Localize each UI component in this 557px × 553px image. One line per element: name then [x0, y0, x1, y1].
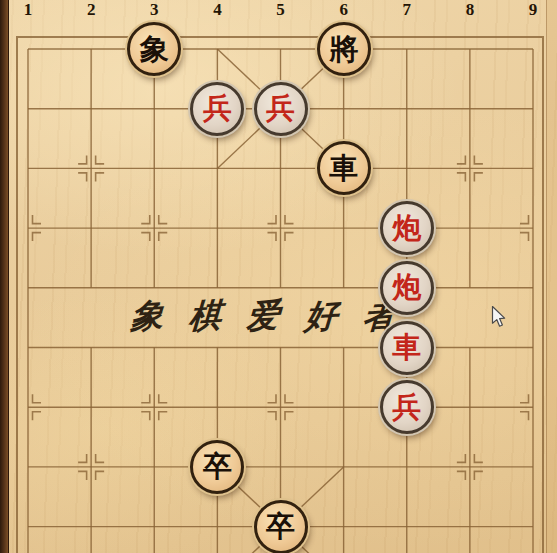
river-text-char: 好: [298, 293, 344, 338]
piece-glyph: 車: [329, 154, 358, 183]
file-label-7: 7: [399, 0, 415, 20]
piece-black-general[interactable]: 將: [317, 22, 371, 76]
piece-glyph: 將: [329, 35, 358, 64]
piece-red-chariot[interactable]: 車: [380, 321, 434, 375]
piece-black-elephant[interactable]: 象: [127, 22, 181, 76]
piece-red-soldier[interactable]: 兵: [190, 82, 244, 136]
file-label-2: 2: [83, 0, 99, 20]
file-label-6: 6: [336, 0, 352, 20]
piece-red-cannon[interactable]: 炮: [380, 201, 434, 255]
piece-glyph: 卒: [203, 452, 232, 481]
file-label-4: 4: [209, 0, 225, 20]
board-left-edge-trim: [0, 0, 9, 553]
board-right-edge-trim: [546, 0, 557, 553]
file-label-3: 3: [146, 0, 162, 20]
piece-glyph: 兵: [266, 94, 295, 123]
file-label-1: 1: [20, 0, 36, 20]
piece-glyph: 兵: [392, 393, 421, 422]
river-text-char: 爱: [240, 293, 286, 338]
xiangqi-board[interactable]: 123456789 象棋爱好者 象將兵兵車炮炮車兵卒卒: [0, 0, 557, 553]
piece-black-soldier[interactable]: 卒: [254, 500, 308, 553]
piece-glyph: 象: [140, 35, 169, 64]
file-label-5: 5: [273, 0, 289, 20]
piece-glyph: 兵: [203, 94, 232, 123]
piece-black-soldier[interactable]: 卒: [190, 440, 244, 494]
file-label-8: 8: [462, 0, 478, 20]
piece-glyph: 車: [392, 333, 421, 362]
piece-glyph: 炮: [392, 273, 421, 302]
piece-red-cannon[interactable]: 炮: [380, 261, 434, 315]
piece-red-soldier[interactable]: 兵: [380, 380, 434, 434]
river-text-char: 棋: [182, 293, 228, 338]
river-text-char: 象: [124, 293, 170, 338]
piece-black-chariot[interactable]: 車: [317, 141, 371, 195]
file-label-9: 9: [525, 0, 541, 20]
piece-glyph: 炮: [392, 214, 421, 243]
piece-red-soldier[interactable]: 兵: [254, 82, 308, 136]
piece-glyph: 卒: [266, 512, 295, 541]
mouse-cursor-icon: [491, 306, 509, 330]
